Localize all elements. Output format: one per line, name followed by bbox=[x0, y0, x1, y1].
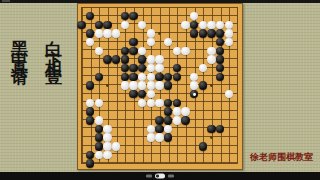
star-point bbox=[106, 84, 109, 87]
stone-white bbox=[103, 125, 111, 133]
stone-white bbox=[155, 55, 163, 63]
stone-black bbox=[86, 107, 94, 115]
stone-black bbox=[129, 47, 137, 55]
stone-white bbox=[95, 99, 103, 107]
stone-white bbox=[103, 142, 111, 150]
stone-white bbox=[121, 81, 129, 89]
stone-black bbox=[103, 55, 111, 63]
stone-black bbox=[86, 159, 94, 167]
stone-black bbox=[86, 116, 94, 124]
stone-black bbox=[112, 55, 120, 63]
rewind-icon[interactable] bbox=[146, 175, 152, 178]
stone-black bbox=[129, 73, 137, 81]
stone-white bbox=[225, 21, 233, 29]
stone-white bbox=[147, 133, 155, 141]
stone-black bbox=[155, 116, 163, 124]
stone-black bbox=[86, 81, 94, 89]
watermark-text: 徐老师围棋教室 bbox=[250, 151, 316, 164]
stone-white bbox=[225, 29, 233, 37]
stone-white bbox=[147, 81, 155, 89]
stone-white bbox=[190, 81, 198, 89]
stone-white bbox=[207, 55, 215, 63]
stone-black bbox=[199, 81, 207, 89]
play-pause-knob-icon bbox=[156, 175, 159, 178]
stone-black bbox=[129, 12, 137, 20]
stone-white bbox=[173, 47, 181, 55]
stone-white bbox=[181, 21, 189, 29]
stone-white bbox=[95, 29, 103, 37]
stone-black bbox=[95, 21, 103, 29]
stone-white bbox=[147, 73, 155, 81]
stone-white bbox=[112, 29, 120, 37]
stone-white bbox=[207, 47, 215, 55]
stone-black bbox=[95, 133, 103, 141]
stone-black bbox=[129, 90, 137, 98]
stone-black bbox=[77, 21, 85, 29]
star-point bbox=[210, 136, 213, 139]
stone-white bbox=[199, 21, 207, 29]
stone-black bbox=[173, 99, 181, 107]
window-icon bbox=[2, 0, 10, 2]
stone-black bbox=[86, 29, 94, 37]
stone-black bbox=[164, 133, 172, 141]
stone-white bbox=[207, 21, 215, 29]
stone-black bbox=[199, 142, 207, 150]
stone-white bbox=[103, 29, 111, 37]
stone-white bbox=[95, 151, 103, 159]
stone-white bbox=[138, 81, 146, 89]
stone-white bbox=[121, 21, 129, 29]
stone-black bbox=[121, 55, 129, 63]
stone-black bbox=[216, 29, 224, 37]
stone-white bbox=[112, 142, 120, 150]
star-point bbox=[158, 32, 161, 35]
stone-white bbox=[173, 116, 181, 124]
video-frame: 黑申真谞 白卞相壹 徐老师围棋教室 bbox=[0, 0, 320, 180]
stone-white bbox=[181, 107, 189, 115]
stone-black bbox=[190, 29, 198, 37]
stone-black bbox=[95, 73, 103, 81]
stone-black bbox=[129, 64, 137, 72]
stone-black bbox=[129, 38, 137, 46]
stone-white bbox=[173, 107, 181, 115]
star-point bbox=[210, 84, 213, 87]
stone-black bbox=[155, 73, 163, 81]
stone-black bbox=[207, 125, 215, 133]
stone-white bbox=[95, 47, 103, 55]
stone-black bbox=[199, 29, 207, 37]
stone-black bbox=[207, 29, 215, 37]
forward-icon[interactable] bbox=[168, 175, 174, 178]
stone-black bbox=[95, 125, 103, 133]
stone-black bbox=[95, 142, 103, 150]
stone-black bbox=[155, 125, 163, 133]
stone-white bbox=[155, 81, 163, 89]
stone-white bbox=[147, 125, 155, 133]
player-bar bbox=[0, 172, 320, 180]
stone-white bbox=[95, 116, 103, 124]
stone-black bbox=[164, 116, 172, 124]
player-controls bbox=[146, 174, 174, 179]
stone-white bbox=[129, 81, 137, 89]
play-pause-toggle[interactable] bbox=[155, 174, 165, 179]
stone-black bbox=[138, 55, 146, 63]
stone-black bbox=[121, 47, 129, 55]
stone-black bbox=[173, 73, 181, 81]
stone-black bbox=[121, 73, 129, 81]
stone-white bbox=[155, 64, 163, 72]
go-board[interactable] bbox=[77, 3, 243, 170]
stone-white bbox=[147, 29, 155, 37]
stone-white bbox=[155, 99, 163, 107]
stone-white bbox=[147, 55, 155, 63]
stone-white bbox=[155, 133, 163, 141]
stone-black bbox=[164, 81, 172, 89]
stone-white bbox=[181, 47, 189, 55]
stone-black bbox=[103, 21, 111, 29]
stone-black bbox=[181, 116, 189, 124]
black-player-name: 黑申真谞 bbox=[11, 27, 28, 63]
last-move-marker bbox=[193, 93, 196, 96]
stone-white bbox=[103, 151, 111, 159]
stone-white bbox=[147, 99, 155, 107]
stone-black bbox=[164, 107, 172, 115]
stone-black bbox=[216, 55, 224, 63]
white-player-name: 白卞相壹 bbox=[45, 27, 62, 63]
stone-white bbox=[103, 133, 111, 141]
